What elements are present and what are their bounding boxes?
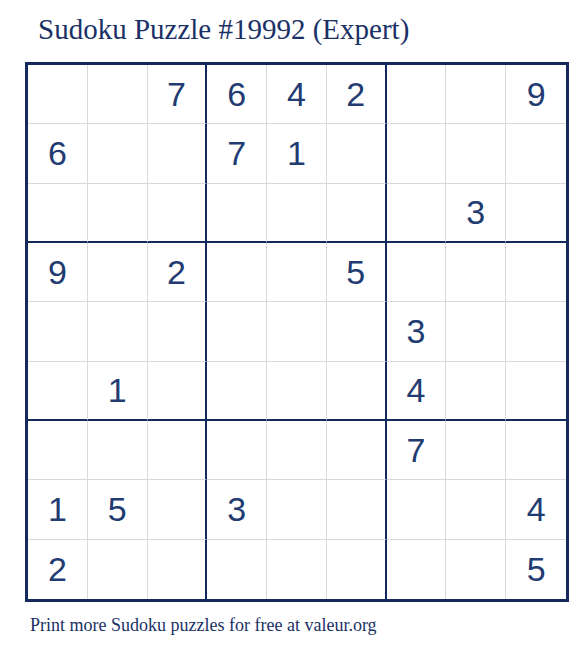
cell-r8c1: 1 <box>28 480 88 539</box>
cell-r4c7 <box>387 243 447 302</box>
cell-r4c9 <box>506 243 566 302</box>
cell-r7c1 <box>28 421 88 480</box>
cell-r2c1: 6 <box>28 124 88 183</box>
cell-r1c8 <box>446 65 506 124</box>
cell-r1c7 <box>387 65 447 124</box>
cell-r3c4 <box>207 184 267 243</box>
cell-r8c6 <box>327 480 387 539</box>
cell-r7c2 <box>88 421 148 480</box>
cell-r3c6 <box>327 184 387 243</box>
cell-r4c3: 2 <box>148 243 208 302</box>
cell-r7c6 <box>327 421 387 480</box>
cell-r5c6 <box>327 302 387 361</box>
cell-r7c8 <box>446 421 506 480</box>
cell-r5c1 <box>28 302 88 361</box>
cell-r1c9: 9 <box>506 65 566 124</box>
cell-r2c2 <box>88 124 148 183</box>
cell-r5c7: 3 <box>387 302 447 361</box>
cell-r6c6 <box>327 362 387 421</box>
cell-r2c8 <box>446 124 506 183</box>
cell-r3c3 <box>148 184 208 243</box>
cell-r2c7 <box>387 124 447 183</box>
cell-r1c4: 6 <box>207 65 267 124</box>
cell-r5c9 <box>506 302 566 361</box>
cell-r6c2: 1 <box>88 362 148 421</box>
cell-r4c2 <box>88 243 148 302</box>
cell-r6c9 <box>506 362 566 421</box>
cell-r9c5 <box>267 540 327 599</box>
cell-r1c5: 4 <box>267 65 327 124</box>
cell-r5c4 <box>207 302 267 361</box>
cell-r4c5 <box>267 243 327 302</box>
cell-r9c2 <box>88 540 148 599</box>
cell-r4c1: 9 <box>28 243 88 302</box>
cell-r6c4 <box>207 362 267 421</box>
cell-r8c2: 5 <box>88 480 148 539</box>
cell-r7c9 <box>506 421 566 480</box>
cell-r5c5 <box>267 302 327 361</box>
footer-text: Print more Sudoku puzzles for free at va… <box>30 615 377 636</box>
cell-r3c7 <box>387 184 447 243</box>
cell-r1c6: 2 <box>327 65 387 124</box>
cell-r9c3 <box>148 540 208 599</box>
cell-r9c7 <box>387 540 447 599</box>
cell-r8c3 <box>148 480 208 539</box>
cell-r7c5 <box>267 421 327 480</box>
cell-r3c2 <box>88 184 148 243</box>
cell-r3c8: 3 <box>446 184 506 243</box>
cell-r2c3 <box>148 124 208 183</box>
cell-r6c5 <box>267 362 327 421</box>
cell-r8c9: 4 <box>506 480 566 539</box>
cell-r8c4: 3 <box>207 480 267 539</box>
cell-r9c8 <box>446 540 506 599</box>
cell-r9c6 <box>327 540 387 599</box>
cell-r6c1 <box>28 362 88 421</box>
cell-r3c5 <box>267 184 327 243</box>
page-title: Sudoku Puzzle #19992 (Expert) <box>38 13 409 46</box>
cell-r3c1 <box>28 184 88 243</box>
cell-r1c2 <box>88 65 148 124</box>
cell-r2c9 <box>506 124 566 183</box>
cell-r4c6: 5 <box>327 243 387 302</box>
cell-r6c3 <box>148 362 208 421</box>
cell-r9c9: 5 <box>506 540 566 599</box>
cell-r5c8 <box>446 302 506 361</box>
cell-r7c7: 7 <box>387 421 447 480</box>
cell-r2c4: 7 <box>207 124 267 183</box>
cell-r1c1 <box>28 65 88 124</box>
cell-r9c4 <box>207 540 267 599</box>
cell-r2c6 <box>327 124 387 183</box>
cell-r8c8 <box>446 480 506 539</box>
cell-r7c4 <box>207 421 267 480</box>
cell-r8c7 <box>387 480 447 539</box>
cell-r3c9 <box>506 184 566 243</box>
cell-r7c3 <box>148 421 208 480</box>
cell-r4c4 <box>207 243 267 302</box>
sudoku-board: 7642967139253147153425 <box>25 62 569 602</box>
cell-r5c3 <box>148 302 208 361</box>
cell-r4c8 <box>446 243 506 302</box>
sudoku-page: Sudoku Puzzle #19992 (Expert) 7642967139… <box>0 0 580 651</box>
cell-r6c7: 4 <box>387 362 447 421</box>
cell-r9c1: 2 <box>28 540 88 599</box>
cell-r2c5: 1 <box>267 124 327 183</box>
cell-r8c5 <box>267 480 327 539</box>
cell-r1c3: 7 <box>148 65 208 124</box>
cell-r6c8 <box>446 362 506 421</box>
cell-r5c2 <box>88 302 148 361</box>
